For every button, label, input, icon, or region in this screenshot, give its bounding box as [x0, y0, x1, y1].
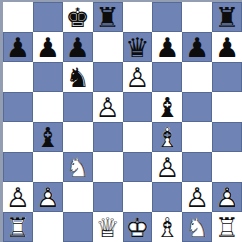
- square-e8[interactable]: [123, 2, 153, 32]
- white-pawn-piece[interactable]: ♟♙: [212, 182, 242, 212]
- square-c2[interactable]: [63, 182, 93, 212]
- black-knight-piece[interactable]: ♞: [63, 62, 93, 92]
- square-h7[interactable]: ♟: [212, 32, 242, 62]
- square-e7[interactable]: ♛: [123, 32, 153, 62]
- square-e6[interactable]: ♟♙: [123, 62, 153, 92]
- square-f1[interactable]: ♝♗: [152, 212, 182, 242]
- black-bishop-piece[interactable]: ♝: [33, 122, 63, 152]
- square-c3[interactable]: ♞♘: [63, 152, 93, 182]
- white-knight-piece[interactable]: ♞♘: [182, 212, 212, 242]
- square-d1[interactable]: ♛♕: [93, 212, 123, 242]
- square-d6[interactable]: [93, 62, 123, 92]
- square-h6[interactable]: [212, 62, 242, 92]
- square-e4[interactable]: [123, 122, 153, 152]
- square-b2[interactable]: ♟♙: [33, 182, 63, 212]
- black-pawn-piece[interactable]: ♟: [212, 32, 242, 62]
- square-g3[interactable]: [182, 152, 212, 182]
- white-queen-piece[interactable]: ♛♕: [93, 212, 123, 242]
- square-d5[interactable]: ♟♙: [93, 92, 123, 122]
- black-pawn-piece[interactable]: ♟: [33, 32, 63, 62]
- white-bishop-piece[interactable]: ♝♗: [152, 212, 182, 242]
- square-d8[interactable]: ♜: [93, 2, 123, 32]
- black-rook-piece[interactable]: ♜: [93, 2, 123, 32]
- square-h5[interactable]: [212, 92, 242, 122]
- square-h2[interactable]: ♟♙: [212, 182, 242, 212]
- square-a4[interactable]: [3, 122, 33, 152]
- square-b5[interactable]: [33, 92, 63, 122]
- square-f7[interactable]: ♟: [152, 32, 182, 62]
- square-e5[interactable]: [123, 92, 153, 122]
- square-d3[interactable]: [93, 152, 123, 182]
- square-e1[interactable]: ♚♔: [123, 212, 153, 242]
- square-b7[interactable]: ♟: [33, 32, 63, 62]
- square-a5[interactable]: [3, 92, 33, 122]
- white-knight-piece[interactable]: ♞♘: [63, 152, 93, 182]
- square-b6[interactable]: [33, 62, 63, 92]
- white-bishop-piece[interactable]: ♝♗: [152, 122, 182, 152]
- square-a7[interactable]: ♟: [3, 32, 33, 62]
- black-rook-piece[interactable]: ♜: [212, 2, 242, 32]
- white-pawn-piece[interactable]: ♟♙: [33, 182, 63, 212]
- white-pawn-piece[interactable]: ♟♙: [123, 62, 153, 92]
- square-b1[interactable]: [33, 212, 63, 242]
- square-g1[interactable]: ♞♘: [182, 212, 212, 242]
- square-a1[interactable]: ♜♖: [3, 212, 33, 242]
- black-queen-piece[interactable]: ♛: [123, 32, 153, 62]
- square-g4[interactable]: [182, 122, 212, 152]
- black-pawn-piece[interactable]: ♟: [152, 32, 182, 62]
- square-f3[interactable]: ♟♙: [152, 152, 182, 182]
- square-a6[interactable]: [3, 62, 33, 92]
- square-g7[interactable]: ♟: [182, 32, 212, 62]
- square-g5[interactable]: [182, 92, 212, 122]
- square-f5[interactable]: ♝: [152, 92, 182, 122]
- square-e3[interactable]: [123, 152, 153, 182]
- white-pawn-piece[interactable]: ♟♙: [93, 92, 123, 122]
- white-pawn-piece[interactable]: ♟♙: [3, 182, 33, 212]
- square-b4[interactable]: ♝: [33, 122, 63, 152]
- square-d2[interactable]: [93, 182, 123, 212]
- square-h4[interactable]: [212, 122, 242, 152]
- square-c6[interactable]: ♞: [63, 62, 93, 92]
- white-king-piece[interactable]: ♚♔: [123, 212, 153, 242]
- square-b3[interactable]: [33, 152, 63, 182]
- square-c1[interactable]: [63, 212, 93, 242]
- square-h1[interactable]: ♜♖: [212, 212, 242, 242]
- square-f8[interactable]: [152, 2, 182, 32]
- white-rook-piece[interactable]: ♜♖: [212, 212, 242, 242]
- square-f6[interactable]: [152, 62, 182, 92]
- square-a3[interactable]: [3, 152, 33, 182]
- square-g6[interactable]: [182, 62, 212, 92]
- white-pawn-piece[interactable]: ♟♙: [182, 182, 212, 212]
- square-c5[interactable]: [63, 92, 93, 122]
- square-a2[interactable]: ♟♙: [3, 182, 33, 212]
- square-e2[interactable]: [123, 182, 153, 212]
- square-a8[interactable]: [3, 2, 33, 32]
- square-c7[interactable]: ♟: [63, 32, 93, 62]
- square-g8[interactable]: [182, 2, 212, 32]
- square-h8[interactable]: ♜: [212, 2, 242, 32]
- black-pawn-piece[interactable]: ♟: [63, 32, 93, 62]
- square-b8[interactable]: [33, 2, 63, 32]
- square-c8[interactable]: ♚: [63, 2, 93, 32]
- square-f2[interactable]: [152, 182, 182, 212]
- white-rook-piece[interactable]: ♜♖: [3, 212, 33, 242]
- white-pawn-piece[interactable]: ♟♙: [152, 152, 182, 182]
- square-h3[interactable]: [212, 152, 242, 182]
- chess-board: ♚♜♜♟♟♟♛♟♟♟♞♟♙♟♙♝♝♝♗♞♘♟♙♟♙♟♙♟♙♟♙♜♖♛♕♚♔♝♗♞…: [0, 0, 242, 242]
- square-g2[interactable]: ♟♙: [182, 182, 212, 212]
- black-bishop-piece[interactable]: ♝: [152, 92, 182, 122]
- square-d7[interactable]: [93, 32, 123, 62]
- square-d4[interactable]: [93, 122, 123, 152]
- black-pawn-piece[interactable]: ♟: [182, 32, 212, 62]
- black-king-piece[interactable]: ♚: [63, 2, 93, 32]
- square-c4[interactable]: [63, 122, 93, 152]
- square-f4[interactable]: ♝♗: [152, 122, 182, 152]
- black-pawn-piece[interactable]: ♟: [3, 32, 33, 62]
